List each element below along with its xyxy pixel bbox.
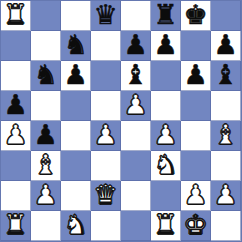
black-rook: ♜ <box>153 1 177 28</box>
square-g3[interactable] <box>181 151 211 181</box>
square-c4[interactable] <box>61 121 91 151</box>
square-a7[interactable] <box>1 31 31 61</box>
square-g7[interactable] <box>181 31 211 61</box>
white-pawn: ♟ <box>123 91 147 118</box>
square-h4[interactable]: ♝ <box>211 121 241 151</box>
black-pawn: ♟ <box>63 61 87 88</box>
square-c7[interactable]: ♞ <box>61 31 91 61</box>
square-d7[interactable] <box>91 31 121 61</box>
white-king: ♚ <box>183 211 207 238</box>
square-d6[interactable] <box>91 61 121 91</box>
square-g2[interactable]: ♟ <box>181 181 211 211</box>
square-h5[interactable] <box>211 91 241 121</box>
square-a8[interactable]: ♜ <box>1 1 31 31</box>
square-a2[interactable] <box>1 181 31 211</box>
square-b5[interactable] <box>31 91 61 121</box>
square-a4[interactable]: ♟ <box>1 121 31 151</box>
square-f6[interactable] <box>151 61 181 91</box>
square-g8[interactable]: ♚ <box>181 1 211 31</box>
white-rook: ♜ <box>3 211 27 238</box>
square-b1[interactable] <box>31 211 61 241</box>
black-king: ♚ <box>183 1 207 28</box>
white-knight: ♞ <box>63 211 87 238</box>
black-pawn: ♟ <box>153 31 177 58</box>
square-b7[interactable] <box>31 31 61 61</box>
white-pawn: ♟ <box>183 181 207 208</box>
white-pawn: ♟ <box>93 121 117 148</box>
square-c6[interactable]: ♟ <box>61 61 91 91</box>
square-g6[interactable]: ♟ <box>181 61 211 91</box>
white-knight: ♞ <box>153 151 177 178</box>
black-pawn: ♟ <box>183 61 207 88</box>
square-f3[interactable]: ♞ <box>151 151 181 181</box>
square-a6[interactable] <box>1 61 31 91</box>
square-d2[interactable]: ♛ <box>91 181 121 211</box>
square-g5[interactable] <box>181 91 211 121</box>
square-e6[interactable]: ♝ <box>121 61 151 91</box>
square-b8[interactable] <box>31 1 61 31</box>
square-c2[interactable] <box>61 181 91 211</box>
square-d1[interactable] <box>91 211 121 241</box>
square-f2[interactable] <box>151 181 181 211</box>
black-queen: ♛ <box>93 1 117 28</box>
black-pawn: ♟ <box>3 91 27 118</box>
square-f7[interactable]: ♟ <box>151 31 181 61</box>
square-e5[interactable]: ♟ <box>121 91 151 121</box>
square-c5[interactable] <box>61 91 91 121</box>
square-d5[interactable] <box>91 91 121 121</box>
square-d3[interactable] <box>91 151 121 181</box>
white-pawn: ♟ <box>3 121 27 148</box>
chess-board: ♜♛♜♚♞♟♟♟♞♟♝♟♝♟♟♟♟♟♟♝♝♞♟♛♟♟♜♞♜♚ <box>0 0 242 242</box>
black-pawn: ♟ <box>33 121 57 148</box>
black-bishop: ♝ <box>123 61 147 88</box>
square-c8[interactable] <box>61 1 91 31</box>
black-knight: ♞ <box>63 31 87 58</box>
square-d4[interactable]: ♟ <box>91 121 121 151</box>
square-h2[interactable]: ♟ <box>211 181 241 211</box>
square-h6[interactable]: ♝ <box>211 61 241 91</box>
square-h8[interactable] <box>211 1 241 31</box>
square-e4[interactable] <box>121 121 151 151</box>
square-c3[interactable] <box>61 151 91 181</box>
black-bishop: ♝ <box>213 61 237 88</box>
square-a5[interactable]: ♟ <box>1 91 31 121</box>
square-g1[interactable]: ♚ <box>181 211 211 241</box>
white-pawn: ♟ <box>213 181 237 208</box>
square-e1[interactable] <box>121 211 151 241</box>
square-e7[interactable]: ♟ <box>121 31 151 61</box>
square-e8[interactable] <box>121 1 151 31</box>
square-a3[interactable] <box>1 151 31 181</box>
white-rook: ♜ <box>3 1 27 28</box>
white-bishop: ♝ <box>33 151 57 178</box>
square-f8[interactable]: ♜ <box>151 1 181 31</box>
white-bishop: ♝ <box>213 121 237 148</box>
white-rook: ♜ <box>153 211 177 238</box>
square-b6[interactable]: ♞ <box>31 61 61 91</box>
square-f1[interactable]: ♜ <box>151 211 181 241</box>
square-a1[interactable]: ♜ <box>1 211 31 241</box>
square-g4[interactable] <box>181 121 211 151</box>
square-b4[interactable]: ♟ <box>31 121 61 151</box>
square-d8[interactable]: ♛ <box>91 1 121 31</box>
black-pawn: ♟ <box>213 31 237 58</box>
square-f5[interactable] <box>151 91 181 121</box>
square-e2[interactable] <box>121 181 151 211</box>
square-h1[interactable] <box>211 211 241 241</box>
white-pawn: ♟ <box>33 181 57 208</box>
square-h3[interactable] <box>211 151 241 181</box>
square-h7[interactable]: ♟ <box>211 31 241 61</box>
square-e3[interactable] <box>121 151 151 181</box>
white-pawn: ♟ <box>153 121 177 148</box>
square-b2[interactable]: ♟ <box>31 181 61 211</box>
square-f4[interactable]: ♟ <box>151 121 181 151</box>
black-knight: ♞ <box>33 61 57 88</box>
square-b3[interactable]: ♝ <box>31 151 61 181</box>
black-pawn: ♟ <box>123 31 147 58</box>
white-queen: ♛ <box>93 181 117 208</box>
square-c1[interactable]: ♞ <box>61 211 91 241</box>
